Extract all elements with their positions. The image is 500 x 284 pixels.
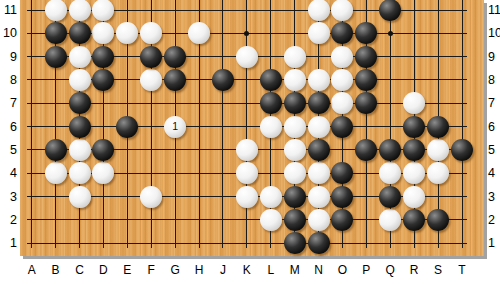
stone-black-b9[interactable] — [45, 46, 67, 68]
stone-white-f3[interactable] — [140, 186, 162, 208]
stone-white-f8[interactable] — [140, 69, 162, 91]
grid-line-horizontal — [27, 103, 467, 104]
stone-black-d9[interactable] — [92, 46, 114, 68]
star-point — [388, 31, 393, 36]
stone-black-t5[interactable] — [451, 139, 473, 161]
grid-line-vertical — [246, 0, 247, 248]
stone-black-f9[interactable] — [140, 46, 162, 68]
stone-black-o6[interactable] — [331, 116, 353, 138]
column-label: N — [311, 263, 327, 277]
stone-white-c3[interactable] — [69, 186, 91, 208]
row-label-right: 1 — [488, 236, 500, 250]
stone-black-n5[interactable] — [308, 139, 330, 161]
grid-line-horizontal — [27, 243, 467, 244]
stone-white-k9[interactable] — [236, 46, 258, 68]
stone-black-m2[interactable] — [284, 209, 306, 231]
stone-black-q11[interactable] — [379, 0, 401, 21]
row-label-left: 2 — [1, 213, 17, 227]
row-label-right: 11 — [488, 3, 500, 17]
move-number-mark: 1 — [164, 116, 186, 138]
row-label-left: 7 — [1, 96, 17, 110]
row-label-left: 1 — [1, 236, 17, 250]
column-label: K — [239, 263, 255, 277]
stone-black-p9[interactable] — [355, 46, 377, 68]
column-label: T — [454, 263, 470, 277]
stone-black-c7[interactable] — [69, 92, 91, 114]
stone-white-m8[interactable] — [284, 69, 306, 91]
column-label: P — [358, 263, 374, 277]
grid-line-horizontal — [27, 126, 467, 127]
stone-white-n4[interactable] — [308, 162, 330, 184]
stone-black-s6[interactable] — [427, 116, 449, 138]
stone-white-n3[interactable] — [308, 186, 330, 208]
stone-white-m6[interactable] — [284, 116, 306, 138]
board-layer: 111111010998877665544332211ABCDEFGHJKLMN… — [0, 0, 500, 284]
stone-black-o4[interactable] — [331, 162, 353, 184]
stone-black-l7[interactable] — [260, 92, 282, 114]
stone-black-d8[interactable] — [92, 69, 114, 91]
stone-black-p8[interactable] — [355, 69, 377, 91]
row-label-right: 7 — [488, 96, 500, 110]
column-label: Q — [382, 263, 398, 277]
row-label-left: 8 — [1, 73, 17, 87]
stone-black-p5[interactable] — [355, 139, 377, 161]
stone-white-e10[interactable] — [116, 22, 138, 44]
stone-white-f10[interactable] — [140, 22, 162, 44]
stone-white-m5[interactable] — [284, 139, 306, 161]
row-label-left: 5 — [1, 143, 17, 157]
stone-white-m9[interactable] — [284, 46, 306, 68]
stone-black-s2[interactable] — [427, 209, 449, 231]
stone-white-o9[interactable] — [331, 46, 353, 68]
stone-black-q5[interactable] — [379, 139, 401, 161]
column-label: B — [48, 263, 64, 277]
stone-black-p10[interactable] — [355, 22, 377, 44]
column-label: M — [287, 263, 303, 277]
stone-black-o3[interactable] — [331, 186, 353, 208]
column-label: A — [24, 263, 40, 277]
stone-white-c8[interactable] — [69, 69, 91, 91]
stone-white-l2[interactable] — [260, 209, 282, 231]
stone-white-m4[interactable] — [284, 162, 306, 184]
stone-white-n8[interactable] — [308, 69, 330, 91]
stone-black-m1[interactable] — [284, 232, 306, 254]
stone-white-l6[interactable] — [260, 116, 282, 138]
column-label: E — [119, 263, 135, 277]
stone-white-s4[interactable] — [427, 162, 449, 184]
stone-black-m3[interactable] — [284, 186, 306, 208]
row-label-left: 6 — [1, 120, 17, 134]
stone-black-n7[interactable] — [308, 92, 330, 114]
stone-black-o2[interactable] — [331, 209, 353, 231]
column-label: R — [406, 263, 422, 277]
stone-black-d5[interactable] — [92, 139, 114, 161]
stone-white-q4[interactable] — [379, 162, 401, 184]
column-label: L — [263, 263, 279, 277]
stone-white-g6[interactable]: 1 — [164, 116, 186, 138]
row-label-left: 3 — [1, 190, 17, 204]
stone-white-c11[interactable] — [69, 0, 91, 21]
column-label: S — [430, 263, 446, 277]
row-label-right: 8 — [488, 73, 500, 87]
row-label-right: 6 — [488, 120, 500, 134]
row-label-left: 10 — [1, 26, 17, 40]
stone-black-r2[interactable] — [403, 209, 425, 231]
stone-black-l8[interactable] — [260, 69, 282, 91]
stone-white-n6[interactable] — [308, 116, 330, 138]
stone-white-k4[interactable] — [236, 162, 258, 184]
grid-line-vertical — [222, 0, 223, 248]
stone-black-e6[interactable] — [116, 116, 138, 138]
row-label-left: 9 — [1, 50, 17, 64]
stone-white-h10[interactable] — [188, 22, 210, 44]
stone-white-r4[interactable] — [403, 162, 425, 184]
stone-white-l3[interactable] — [260, 186, 282, 208]
stone-black-o10[interactable] — [331, 22, 353, 44]
stone-white-b11[interactable] — [45, 0, 67, 21]
stone-white-o8[interactable] — [331, 69, 353, 91]
stone-white-c5[interactable] — [69, 139, 91, 161]
stone-white-d11[interactable] — [92, 0, 114, 21]
stone-white-s5[interactable] — [427, 139, 449, 161]
stone-white-n2[interactable] — [308, 209, 330, 231]
stone-black-b10[interactable] — [45, 22, 67, 44]
stone-white-o7[interactable] — [331, 92, 353, 114]
row-label-right: 9 — [488, 50, 500, 64]
stone-white-q2[interactable] — [379, 209, 401, 231]
stone-black-n1[interactable] — [308, 232, 330, 254]
column-label: O — [334, 263, 350, 277]
stone-black-c10[interactable] — [69, 22, 91, 44]
column-label: J — [215, 263, 231, 277]
row-label-right: 3 — [488, 190, 500, 204]
grid-line-vertical — [31, 0, 32, 248]
stone-black-m7[interactable] — [284, 92, 306, 114]
stone-black-g9[interactable] — [164, 46, 186, 68]
stone-black-p7[interactable] — [355, 92, 377, 114]
row-label-right: 10 — [488, 26, 500, 40]
row-label-left: 4 — [1, 166, 17, 180]
row-label-right: 4 — [488, 166, 500, 180]
go-review-screenshot: 111111010998877665544332211ABCDEFGHJKLMN… — [0, 0, 500, 284]
stone-white-k3[interactable] — [236, 186, 258, 208]
column-label: C — [72, 263, 88, 277]
stone-white-c9[interactable] — [69, 46, 91, 68]
stone-white-d10[interactable] — [92, 22, 114, 44]
row-label-right: 5 — [488, 143, 500, 157]
stone-black-g8[interactable] — [164, 69, 186, 91]
stone-black-q3[interactable] — [379, 186, 401, 208]
stone-black-r5[interactable] — [403, 139, 425, 161]
stone-white-n11[interactable] — [308, 0, 330, 21]
row-label-right: 2 — [488, 213, 500, 227]
row-label-left: 11 — [1, 3, 17, 17]
stone-white-n10[interactable] — [308, 22, 330, 44]
stone-black-j8[interactable] — [212, 69, 234, 91]
stone-white-d4[interactable] — [92, 162, 114, 184]
stone-white-b4[interactable] — [45, 162, 67, 184]
stone-white-k5[interactable] — [236, 139, 258, 161]
stone-black-r6[interactable] — [403, 116, 425, 138]
grid-line-vertical — [462, 0, 463, 248]
star-point — [244, 31, 249, 36]
stone-white-r3[interactable] — [403, 186, 425, 208]
column-label: F — [143, 263, 159, 277]
stone-black-c6[interactable] — [69, 116, 91, 138]
stone-black-b5[interactable] — [45, 139, 67, 161]
stone-white-o11[interactable] — [331, 0, 353, 21]
column-label: H — [191, 263, 207, 277]
stone-white-r7[interactable] — [403, 92, 425, 114]
stone-white-c4[interactable] — [69, 162, 91, 184]
column-label: D — [95, 263, 111, 277]
column-label: G — [167, 263, 183, 277]
